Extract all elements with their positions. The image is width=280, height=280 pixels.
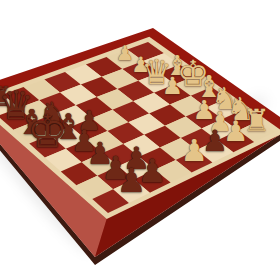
chess-set-photo: ♟♟♝♛♚♟♝♜♞♟♛♞♞♟♟♜♝♝♟♚♟♟♟♟♟♟♟♟	[0, 0, 280, 280]
piece-red-king-d8[interactable]: ♚	[27, 109, 68, 155]
piece-red-pawn-h7[interactable]: ♟	[116, 164, 146, 197]
piece-white-pawn-d2[interactable]: ♟	[162, 75, 183, 99]
piece-white-pawn-h4[interactable]: ♟	[180, 136, 207, 166]
